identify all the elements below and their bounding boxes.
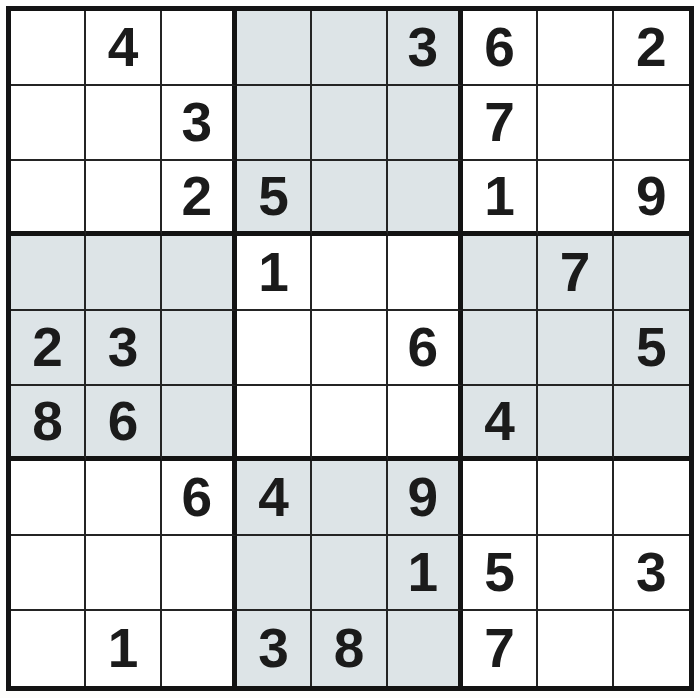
cell-r9c3-empty[interactable]: [162, 611, 237, 686]
cell-r9c7-given-7[interactable]: 7: [463, 611, 538, 686]
cell-r3c9-given-9[interactable]: 9: [614, 161, 689, 236]
cell-r1c5-empty[interactable]: [312, 11, 387, 86]
cell-r7c9-empty[interactable]: [614, 461, 689, 536]
cell-r5c7-empty[interactable]: [463, 311, 538, 386]
cell-r5c1-given-2[interactable]: 2: [11, 311, 86, 386]
cell-r2c8-empty[interactable]: [538, 86, 613, 161]
cell-r3c2-empty[interactable]: [86, 161, 161, 236]
cell-r5c9-given-5[interactable]: 5: [614, 311, 689, 386]
cell-r2c9-empty[interactable]: [614, 86, 689, 161]
cell-r6c9-empty[interactable]: [614, 386, 689, 461]
cell-r9c4-given-3[interactable]: 3: [237, 611, 312, 686]
cell-r8c2-empty[interactable]: [86, 536, 161, 611]
cell-r1c1-empty[interactable]: [11, 11, 86, 86]
cell-r1c6-given-3[interactable]: 3: [388, 11, 463, 86]
cell-r3c3-given-2[interactable]: 2: [162, 161, 237, 236]
cell-r6c6-empty[interactable]: [388, 386, 463, 461]
cell-r4c4-given-1[interactable]: 1: [237, 236, 312, 311]
cell-r6c1-given-8[interactable]: 8: [11, 386, 86, 461]
cell-r6c8-empty[interactable]: [538, 386, 613, 461]
cell-r3c1-empty[interactable]: [11, 161, 86, 236]
cell-r2c6-empty[interactable]: [388, 86, 463, 161]
cell-r5c5-empty[interactable]: [312, 311, 387, 386]
cell-r5c2-given-3[interactable]: 3: [86, 311, 161, 386]
cell-r2c3-given-3[interactable]: 3: [162, 86, 237, 161]
cell-r8c1-empty[interactable]: [11, 536, 86, 611]
cell-r6c5-empty[interactable]: [312, 386, 387, 461]
cell-r2c2-empty[interactable]: [86, 86, 161, 161]
cell-r4c1-empty[interactable]: [11, 236, 86, 311]
cell-r9c6-empty[interactable]: [388, 611, 463, 686]
cell-r4c3-empty[interactable]: [162, 236, 237, 311]
cell-r1c4-empty[interactable]: [237, 11, 312, 86]
cell-r8c7-given-5[interactable]: 5: [463, 536, 538, 611]
cell-r8c6-given-1[interactable]: 1: [388, 536, 463, 611]
cell-r1c8-empty[interactable]: [538, 11, 613, 86]
cell-r8c5-empty[interactable]: [312, 536, 387, 611]
cell-r9c8-empty[interactable]: [538, 611, 613, 686]
cell-r7c5-empty[interactable]: [312, 461, 387, 536]
cell-r1c2-given-4[interactable]: 4: [86, 11, 161, 86]
cell-r3c8-empty[interactable]: [538, 161, 613, 236]
cell-r4c9-empty[interactable]: [614, 236, 689, 311]
cell-r2c5-empty[interactable]: [312, 86, 387, 161]
cell-r5c4-empty[interactable]: [237, 311, 312, 386]
cell-r7c1-empty[interactable]: [11, 461, 86, 536]
cell-r7c8-empty[interactable]: [538, 461, 613, 536]
cell-r9c1-empty[interactable]: [11, 611, 86, 686]
cell-r7c6-given-9[interactable]: 9: [388, 461, 463, 536]
cell-r3c5-empty[interactable]: [312, 161, 387, 236]
cell-r4c2-empty[interactable]: [86, 236, 161, 311]
cell-r6c4-empty[interactable]: [237, 386, 312, 461]
cell-r3c7-given-1[interactable]: 1: [463, 161, 538, 236]
page: 43623725191723658646491531387: [0, 0, 700, 698]
cell-r9c9-empty[interactable]: [614, 611, 689, 686]
cell-r1c9-given-2[interactable]: 2: [614, 11, 689, 86]
cell-r1c7-given-6[interactable]: 6: [463, 11, 538, 86]
cell-r5c3-empty[interactable]: [162, 311, 237, 386]
cell-r8c3-empty[interactable]: [162, 536, 237, 611]
cell-r4c6-empty[interactable]: [388, 236, 463, 311]
cell-r9c2-given-1[interactable]: 1: [86, 611, 161, 686]
cell-r8c4-empty[interactable]: [237, 536, 312, 611]
cell-r7c4-given-4[interactable]: 4: [237, 461, 312, 536]
cell-r3c6-empty[interactable]: [388, 161, 463, 236]
cell-r7c3-given-6[interactable]: 6: [162, 461, 237, 536]
cell-r7c7-empty[interactable]: [463, 461, 538, 536]
sudoku-board: 43623725191723658646491531387: [6, 6, 694, 691]
cell-r5c8-empty[interactable]: [538, 311, 613, 386]
cell-r2c7-given-7[interactable]: 7: [463, 86, 538, 161]
cell-r4c5-empty[interactable]: [312, 236, 387, 311]
cell-r2c1-empty[interactable]: [11, 86, 86, 161]
cell-r4c7-empty[interactable]: [463, 236, 538, 311]
cell-r7c2-empty[interactable]: [86, 461, 161, 536]
cell-r4c8-given-7[interactable]: 7: [538, 236, 613, 311]
cell-r6c3-empty[interactable]: [162, 386, 237, 461]
cell-r5c6-given-6[interactable]: 6: [388, 311, 463, 386]
cell-r1c3-empty[interactable]: [162, 11, 237, 86]
cell-r3c4-given-5[interactable]: 5: [237, 161, 312, 236]
cell-r6c2-given-6[interactable]: 6: [86, 386, 161, 461]
cell-r2c4-empty[interactable]: [237, 86, 312, 161]
cell-r8c8-empty[interactable]: [538, 536, 613, 611]
cell-r9c5-given-8[interactable]: 8: [312, 611, 387, 686]
cell-r6c7-given-4[interactable]: 4: [463, 386, 538, 461]
cell-r8c9-given-3[interactable]: 3: [614, 536, 689, 611]
